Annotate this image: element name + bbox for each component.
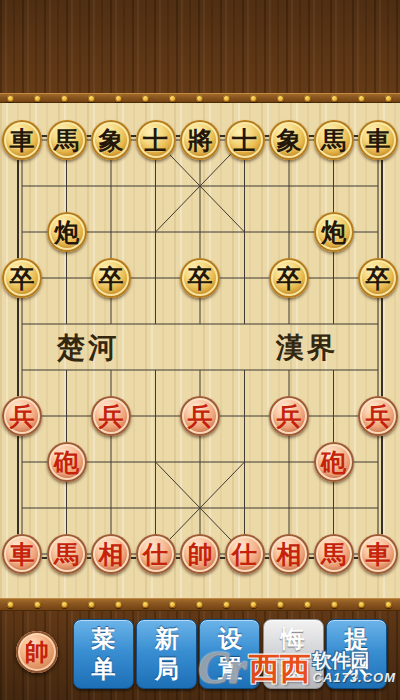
- rivet-decoration: [196, 601, 203, 608]
- rivet-decoration: [277, 95, 284, 102]
- board-top-trim: [0, 93, 400, 103]
- rivet-decoration: [142, 95, 149, 102]
- piece-red-帥-f5r10[interactable]: 帥: [180, 534, 220, 574]
- piece-glyph: 車: [366, 128, 391, 153]
- rivet-decoration: [277, 601, 284, 608]
- rivet-decoration: [7, 95, 14, 102]
- piece-red-馬-f8r10[interactable]: 馬: [314, 534, 354, 574]
- rivet-decoration: [385, 95, 392, 102]
- rivet-decoration: [385, 601, 392, 608]
- piece-glyph: 仕: [143, 542, 168, 567]
- piece-black-象-f3r1[interactable]: 象: [91, 120, 131, 160]
- piece-glyph: 兵: [99, 404, 124, 429]
- xiangqi-board[interactable]: 楚河 漢界 車馬象士將士象馬車炮炮卒卒卒卒卒兵兵兵兵兵砲砲車馬相仕帥仕相馬車: [0, 103, 400, 598]
- piece-black-將-f5r1[interactable]: 將: [180, 120, 220, 160]
- piece-red-兵-f5r7[interactable]: 兵: [180, 396, 220, 436]
- piece-glyph: 帥: [188, 542, 213, 567]
- rivet-decoration: [304, 601, 311, 608]
- piece-red-砲-f8r8[interactable]: 砲: [314, 442, 354, 482]
- piece-glyph: 將: [188, 128, 213, 153]
- rivet-decoration: [331, 601, 338, 608]
- board-bottom-trim: [0, 598, 400, 611]
- rivet-decoration: [304, 95, 311, 102]
- watermark-suffix: 软件园: [313, 651, 396, 671]
- piece-glyph: 仕: [232, 542, 257, 567]
- piece-black-車-f1r1[interactable]: 車: [2, 120, 42, 160]
- piece-glyph: 炮: [54, 220, 79, 245]
- piece-glyph: 炮: [321, 220, 346, 245]
- piece-glyph: 卒: [10, 266, 35, 291]
- rivet-decoration: [61, 601, 68, 608]
- piece-red-仕-f6r10[interactable]: 仕: [225, 534, 265, 574]
- button-label-char: 新: [155, 625, 179, 653]
- piece-red-車-f9r10[interactable]: 車: [358, 534, 398, 574]
- piece-glyph: 馬: [54, 542, 79, 567]
- piece-glyph: 兵: [188, 404, 213, 429]
- turn-indicator-piece: 帥: [16, 631, 58, 673]
- piece-red-兵-f1r7[interactable]: 兵: [2, 396, 42, 436]
- piece-glyph: 象: [277, 128, 302, 153]
- piece-red-車-f1r10[interactable]: 車: [2, 534, 42, 574]
- button-label-char: 菜: [92, 625, 116, 653]
- xiangqi-app-screen: 楚河 漢界 車馬象士將士象馬車炮炮卒卒卒卒卒兵兵兵兵兵砲砲車馬相仕帥仕相馬車 帥…: [0, 0, 400, 700]
- piece-glyph: 象: [99, 128, 124, 153]
- rivet-decoration: [61, 95, 68, 102]
- piece-black-卒-f9r4[interactable]: 卒: [358, 258, 398, 298]
- button-label-char: 单: [92, 655, 116, 683]
- piece-black-士-f6r1[interactable]: 士: [225, 120, 265, 160]
- river-label-right: 漢界: [276, 334, 338, 362]
- watermark: Cr 西西 软件园 CA173.COM: [198, 646, 396, 690]
- piece-red-相-f3r10[interactable]: 相: [91, 534, 131, 574]
- rivet-decoration: [331, 95, 338, 102]
- piece-glyph: 砲: [54, 450, 79, 475]
- piece-red-砲-f2r8[interactable]: 砲: [47, 442, 87, 482]
- piece-red-馬-f2r10[interactable]: 馬: [47, 534, 87, 574]
- rivet-decoration: [169, 601, 176, 608]
- piece-glyph: 馬: [54, 128, 79, 153]
- piece-glyph: 馬: [321, 128, 346, 153]
- piece-red-仕-f4r10[interactable]: 仕: [136, 534, 176, 574]
- toolbar-button-new-game[interactable]: 新局: [136, 619, 197, 689]
- watermark-logo: Cr: [198, 646, 247, 690]
- piece-glyph: 卒: [366, 266, 391, 291]
- watermark-site: CA173.COM: [313, 671, 396, 685]
- piece-black-馬-f8r1[interactable]: 馬: [314, 120, 354, 160]
- rivet-decoration: [34, 95, 41, 102]
- rivet-decoration: [250, 95, 257, 102]
- rivet-decoration: [358, 95, 365, 102]
- piece-glyph: 車: [10, 128, 35, 153]
- rivet-decoration: [169, 95, 176, 102]
- button-label-char: 局: [155, 655, 179, 683]
- piece-glyph: 士: [143, 128, 168, 153]
- rivet-decoration: [223, 95, 230, 102]
- piece-black-炮-f8r3[interactable]: 炮: [314, 212, 354, 252]
- piece-black-馬-f2r1[interactable]: 馬: [47, 120, 87, 160]
- watermark-brand: 西西: [249, 653, 311, 684]
- toolbar-button-menu[interactable]: 菜单: [73, 619, 134, 689]
- rivet-decoration: [7, 601, 14, 608]
- piece-black-卒-f1r4[interactable]: 卒: [2, 258, 42, 298]
- rivet-decoration: [358, 601, 365, 608]
- rivet-decoration: [34, 601, 41, 608]
- piece-black-卒-f7r4[interactable]: 卒: [269, 258, 309, 298]
- piece-red-兵-f3r7[interactable]: 兵: [91, 396, 131, 436]
- piece-red-相-f7r10[interactable]: 相: [269, 534, 309, 574]
- piece-glyph: 兵: [10, 404, 35, 429]
- piece-glyph: 兵: [277, 404, 302, 429]
- rivet-decoration: [196, 95, 203, 102]
- piece-glyph: 馬: [321, 542, 346, 567]
- rivet-decoration: [115, 601, 122, 608]
- turn-indicator-glyph: 帥: [25, 636, 49, 668]
- rivet-decoration: [88, 95, 95, 102]
- piece-glyph: 士: [232, 128, 257, 153]
- river-label-left: 楚河: [57, 334, 119, 362]
- rivet-decoration: [250, 601, 257, 608]
- piece-red-兵-f7r7[interactable]: 兵: [269, 396, 309, 436]
- rivet-decoration: [115, 95, 122, 102]
- piece-glyph: 相: [277, 542, 302, 567]
- piece-black-卒-f5r4[interactable]: 卒: [180, 258, 220, 298]
- piece-red-兵-f9r7[interactable]: 兵: [358, 396, 398, 436]
- piece-glyph: 砲: [321, 450, 346, 475]
- piece-glyph: 兵: [366, 404, 391, 429]
- piece-glyph: 車: [10, 542, 35, 567]
- rivet-decoration: [223, 601, 230, 608]
- piece-black-車-f9r1[interactable]: 車: [358, 120, 398, 160]
- piece-glyph: 車: [366, 542, 391, 567]
- piece-glyph: 卒: [277, 266, 302, 291]
- piece-black-士-f4r1[interactable]: 士: [136, 120, 176, 160]
- piece-black-象-f7r1[interactable]: 象: [269, 120, 309, 160]
- rivet-decoration: [88, 601, 95, 608]
- piece-glyph: 相: [99, 542, 124, 567]
- piece-glyph: 卒: [99, 266, 124, 291]
- piece-black-卒-f3r4[interactable]: 卒: [91, 258, 131, 298]
- piece-glyph: 卒: [188, 266, 213, 291]
- rivet-decoration: [142, 601, 149, 608]
- piece-black-炮-f2r3[interactable]: 炮: [47, 212, 87, 252]
